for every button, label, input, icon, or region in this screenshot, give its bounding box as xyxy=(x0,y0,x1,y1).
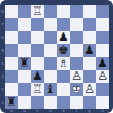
glyph-outline: ♖ xyxy=(31,5,44,18)
square-b3[interactable] xyxy=(18,70,31,83)
file-label: a xyxy=(5,109,18,113)
piece-white-pawn[interactable]: ♟♙ xyxy=(83,83,96,96)
square-c8[interactable]: ♜♖ xyxy=(31,5,44,18)
square-b6[interactable] xyxy=(18,31,31,44)
square-c7[interactable] xyxy=(31,18,44,31)
piece-white-king[interactable]: ♚♔ xyxy=(70,83,83,96)
piece-white-bishop[interactable]: ♝♗ xyxy=(57,57,70,70)
square-b8[interactable] xyxy=(18,5,31,18)
square-h8[interactable] xyxy=(96,5,109,18)
square-f6[interactable] xyxy=(70,31,83,44)
rank-label: 1 xyxy=(0,96,5,109)
square-c6[interactable] xyxy=(31,31,44,44)
square-b7[interactable] xyxy=(18,18,31,31)
piece-white-rook[interactable]: ♜♖ xyxy=(31,83,44,96)
square-d2[interactable]: ♝ xyxy=(44,83,57,96)
square-g8[interactable] xyxy=(83,5,96,18)
rank-label: 2 xyxy=(0,83,5,96)
rank-label: 5 xyxy=(0,44,5,57)
square-c5[interactable] xyxy=(31,44,44,57)
square-a4[interactable] xyxy=(5,57,18,70)
rank-label: 6 xyxy=(0,31,5,44)
square-g4[interactable] xyxy=(83,57,96,70)
glyph-outline: ♙ xyxy=(83,83,96,96)
square-b4[interactable]: ♜ xyxy=(18,57,31,70)
square-d8[interactable] xyxy=(44,5,57,18)
rank-label: 4 xyxy=(0,57,5,70)
square-c2[interactable]: ♜♖ xyxy=(31,83,44,96)
square-d6[interactable] xyxy=(44,31,57,44)
glyph-outline: ♗ xyxy=(57,57,70,70)
rank-label: 3 xyxy=(0,70,5,83)
square-a7[interactable] xyxy=(5,18,18,31)
file-label: g xyxy=(83,109,96,113)
square-a8[interactable] xyxy=(5,5,18,18)
square-b2[interactable] xyxy=(18,83,31,96)
piece-white-pawn[interactable]: ♟♙ xyxy=(96,70,109,83)
square-d7[interactable] xyxy=(44,18,57,31)
square-f7[interactable] xyxy=(70,18,83,31)
square-g5[interactable]: ♟ xyxy=(83,44,96,57)
piece-white-rook[interactable]: ♜♖ xyxy=(31,5,44,18)
square-a5[interactable] xyxy=(5,44,18,57)
board: ♜♖♟♚♟♜♝♗♟♟♟♙♟♙♜♖♝♚♔♟♙♜ xyxy=(5,5,109,109)
file-label: d xyxy=(44,109,57,113)
file-label: h xyxy=(96,109,109,113)
glyph-fill: ♜ xyxy=(18,57,31,70)
file-label: f xyxy=(70,109,83,113)
glyph-outline: ♙ xyxy=(96,70,109,83)
square-e3[interactable] xyxy=(57,70,70,83)
file-label: e xyxy=(57,109,70,113)
square-a6[interactable] xyxy=(5,31,18,44)
square-h3[interactable]: ♟♙ xyxy=(96,70,109,83)
square-e2[interactable] xyxy=(57,83,70,96)
square-h7[interactable] xyxy=(96,18,109,31)
rank-label: 7 xyxy=(0,18,5,31)
piece-black-pawn[interactable]: ♟ xyxy=(83,44,96,57)
piece-black-rook[interactable]: ♜ xyxy=(18,57,31,70)
square-e8[interactable] xyxy=(57,5,70,18)
square-f2[interactable]: ♚♔ xyxy=(70,83,83,96)
glyph-outline: ♔ xyxy=(70,83,83,96)
rank-label: 8 xyxy=(0,5,5,18)
square-h6[interactable] xyxy=(96,31,109,44)
square-g2[interactable]: ♟♙ xyxy=(83,83,96,96)
square-f5[interactable] xyxy=(70,44,83,57)
square-a3[interactable] xyxy=(5,70,18,83)
square-g7[interactable] xyxy=(83,18,96,31)
glyph-fill: ♟ xyxy=(83,44,96,57)
square-d5[interactable] xyxy=(44,44,57,57)
square-h2[interactable] xyxy=(96,83,109,96)
square-d4[interactable] xyxy=(44,57,57,70)
glyph-outline: ♖ xyxy=(31,83,44,96)
square-e4[interactable]: ♝♗ xyxy=(57,57,70,70)
square-f8[interactable] xyxy=(70,5,83,18)
chess-board-frame: ♜♖♟♚♟♜♝♗♟♟♟♙♟♙♜♖♝♚♔♟♙♜ 87654321abcdefgh xyxy=(0,0,113,113)
file-label: c xyxy=(31,109,44,113)
glyph-fill: ♝ xyxy=(44,83,57,96)
file-label: b xyxy=(18,109,31,113)
piece-black-bishop[interactable]: ♝ xyxy=(44,83,57,96)
